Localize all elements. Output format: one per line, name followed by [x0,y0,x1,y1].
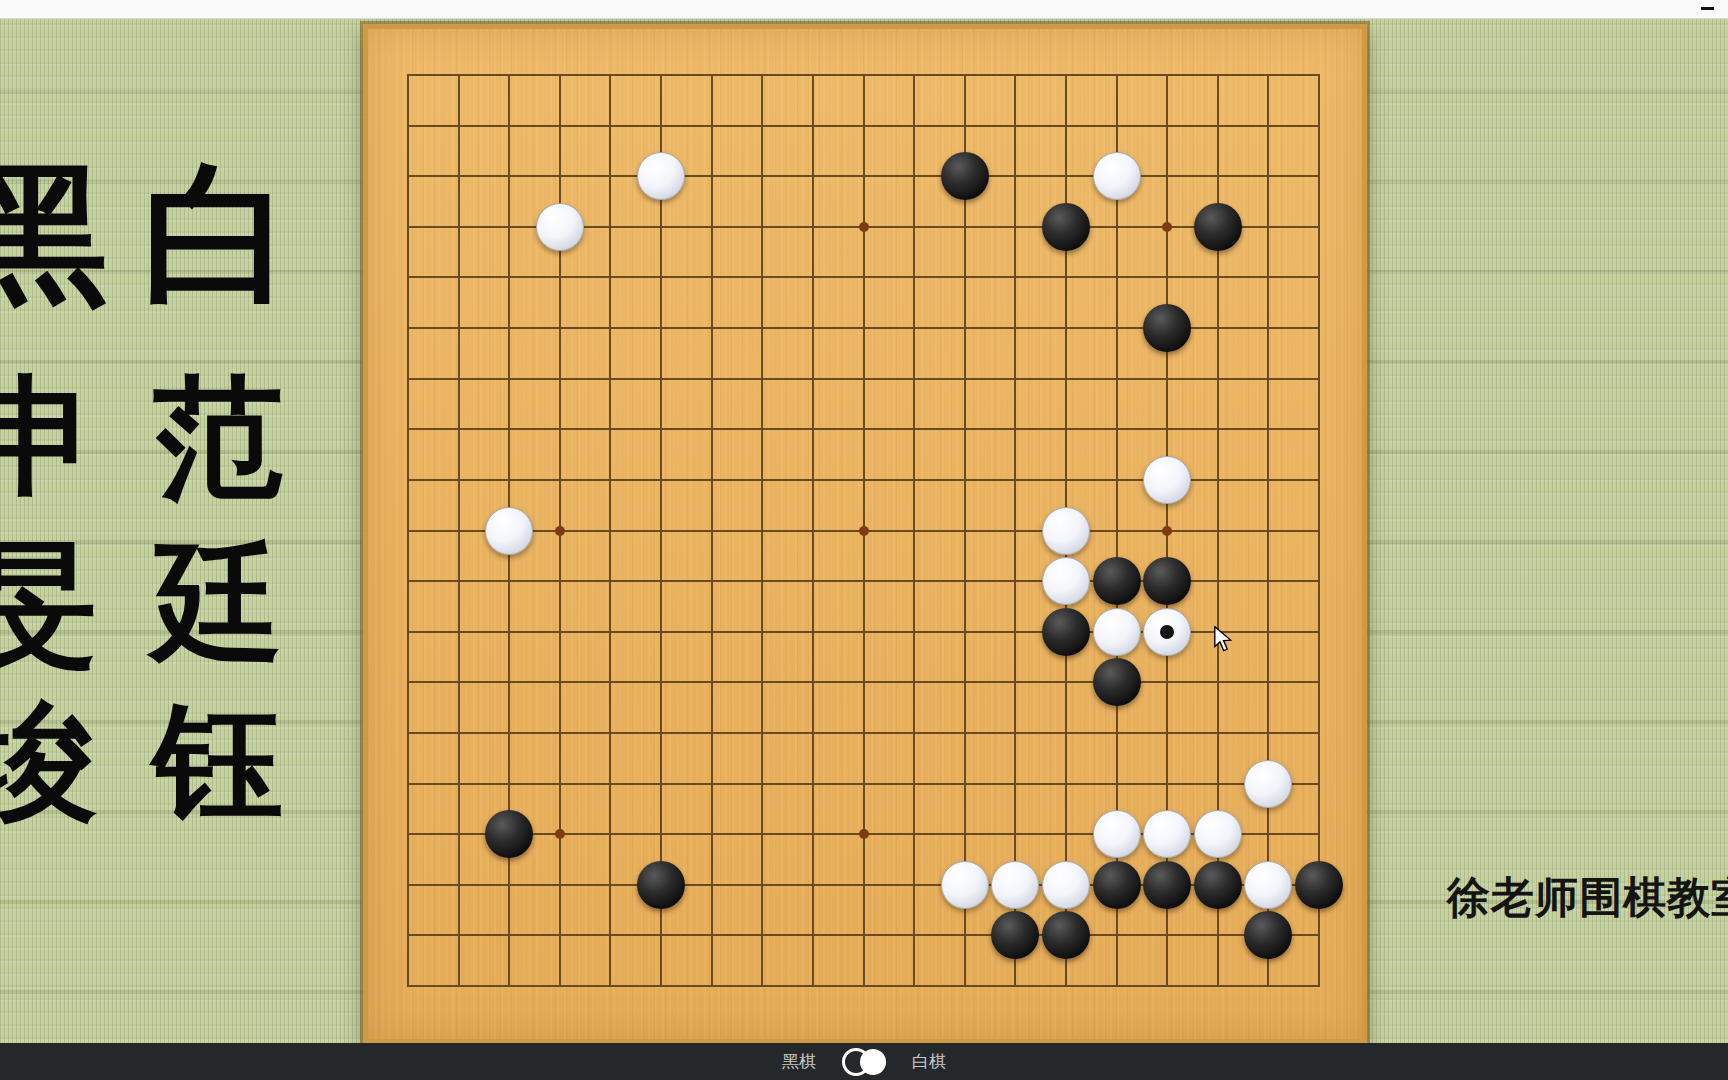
toggle-knob-icon [860,1049,886,1075]
grid-line-vertical [964,74,966,987]
grid-line-vertical [913,74,915,987]
grid-line-horizontal [407,985,1320,987]
player-name-char: 钰 [138,698,298,828]
black-stone [1042,203,1090,251]
go-board [363,24,1367,1044]
white-player-column: 白范廷钰 [138,0,298,1080]
black-player-column: 黑申旻埈 [0,0,112,1080]
black-stone [1143,861,1191,909]
hoshi-star-point [1162,526,1172,536]
black-stone [1042,911,1090,959]
player-name-char: 申 [0,372,112,502]
screen: { "window": { "minimize_glyph": "—" }, "… [0,0,1728,1080]
white-stone [1143,810,1191,858]
white-stone [1244,861,1292,909]
black-stone [991,911,1039,959]
black-stone [637,861,685,909]
black-stone [485,810,533,858]
white-stone [991,861,1039,909]
white-stone [1093,608,1141,656]
bottom-bar: 黑棋 白棋 [0,1043,1728,1080]
white-stone [1093,152,1141,200]
minimize-button[interactable] [1701,7,1714,10]
player-name-char: 埈 [0,698,112,828]
white-stone [536,203,584,251]
white-stone [1042,557,1090,605]
white-stone [637,152,685,200]
grid-line-vertical [1014,74,1016,987]
grid-line-horizontal [407,934,1320,936]
player-name-char: 廷 [138,538,298,668]
hoshi-star-point [555,526,565,536]
stone-color-toggle[interactable] [842,1048,886,1076]
white-stone [1042,861,1090,909]
grid-line-vertical [1267,74,1269,987]
black-stone [1093,658,1141,706]
black-stone [1093,861,1141,909]
white-stone [1194,810,1242,858]
grid-line-horizontal [407,732,1320,734]
hoshi-star-point [859,829,869,839]
black-stones-label: 黑棋 [782,1050,816,1073]
hoshi-star-point [859,222,869,232]
black-stone [1143,557,1191,605]
white-stone [1143,456,1191,504]
hoshi-star-point [555,829,565,839]
black-stone [1143,304,1191,352]
black-stone [1244,911,1292,959]
black-stone [1194,203,1242,251]
mouse-cursor-icon [1212,626,1234,656]
white-stone [1042,507,1090,555]
player-color-label: 黑 [0,158,112,310]
window-titlebar [0,0,1728,19]
black-stone [941,152,989,200]
player-name-char: 旻 [0,538,112,668]
white-stone [1093,810,1141,858]
last-move-marker [1160,625,1174,639]
watermark-text: 徐老师围棋教室 [1447,869,1728,927]
board-grid[interactable] [408,75,1319,986]
white-stone [1244,760,1292,808]
white-stone [485,507,533,555]
player-color-label: 白 [138,158,298,310]
grid-line-vertical [1318,74,1320,987]
grid-line-horizontal [407,783,1320,785]
black-stone [1194,861,1242,909]
hoshi-star-point [1162,222,1172,232]
white-stone [941,861,989,909]
hoshi-star-point [859,526,869,536]
black-stone [1093,557,1141,605]
black-stone [1295,861,1343,909]
black-stone [1042,608,1090,656]
white-stones-label: 白棋 [912,1050,946,1073]
grid-line-horizontal [407,681,1320,683]
player-name-char: 范 [138,372,298,502]
